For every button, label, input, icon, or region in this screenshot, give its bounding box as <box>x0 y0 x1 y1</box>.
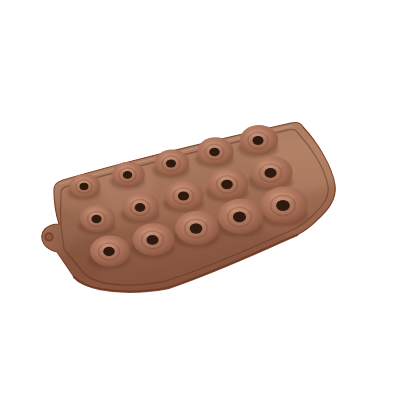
donut-hole <box>166 159 176 167</box>
donut-hole <box>209 148 220 157</box>
donut-hole <box>91 215 101 223</box>
donut-hole <box>103 247 115 257</box>
donut-hole <box>190 223 203 233</box>
donut-hole <box>233 212 246 223</box>
donut-hole <box>252 136 263 145</box>
donut-hole <box>178 191 189 200</box>
product-photo <box>0 0 400 400</box>
donut-hole <box>264 168 276 178</box>
hanging-tab <box>45 233 52 240</box>
tab-hole-center <box>47 235 50 238</box>
donut-hole <box>80 183 89 190</box>
donut-hole <box>123 171 133 179</box>
donut-hole <box>135 203 146 212</box>
donut-hole <box>221 180 233 190</box>
donut-hole <box>146 235 158 245</box>
donut-hole <box>276 200 290 211</box>
